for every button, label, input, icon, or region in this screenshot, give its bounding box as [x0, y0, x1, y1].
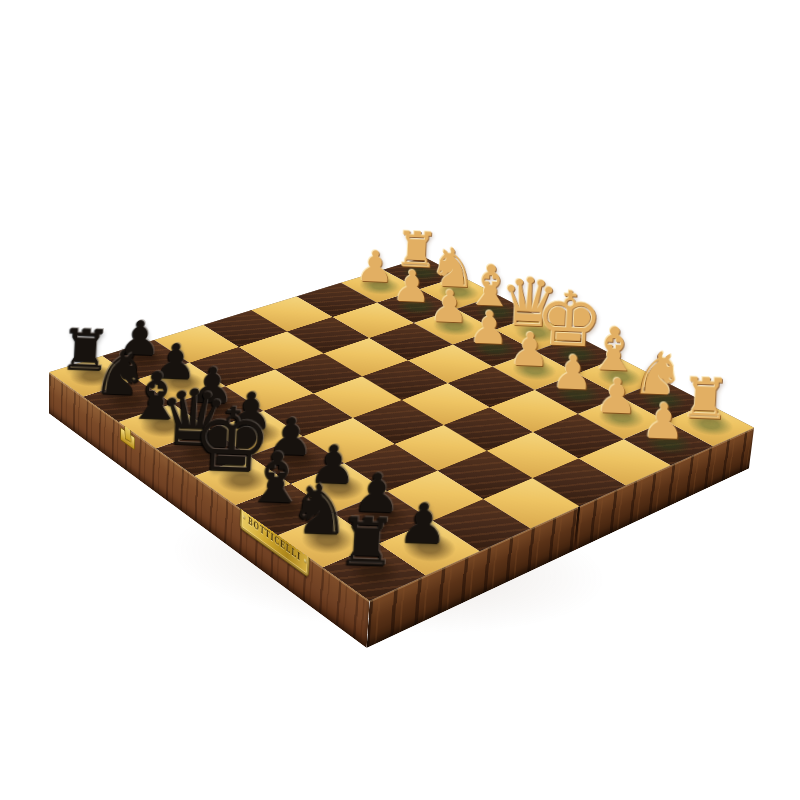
fold-seam-side	[574, 506, 581, 551]
chess-set-scene: BOTTICELLI ♜♞♝♛♚♝♞♜♟♟♟♟♟♟♟♟♟♟♟♟♟♟♟♟♜♞♝♛♚…	[0, 0, 800, 800]
piece-white-pawn: ♟	[601, 394, 725, 448]
piece-black-rook: ♜	[294, 507, 439, 577]
